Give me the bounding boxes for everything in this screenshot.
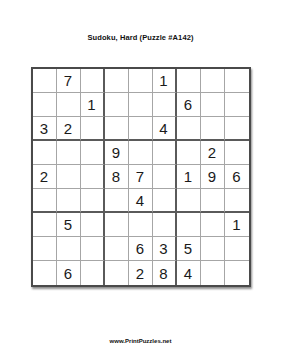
cell-r6c3: [81, 189, 105, 213]
cell-r7c4: [105, 213, 129, 237]
cell-r3c2: 2: [57, 117, 81, 141]
cell-r3c3: [81, 117, 105, 141]
cell-r3c7: [177, 117, 201, 141]
cell-r9c6: 8: [153, 261, 177, 285]
cell-r5c6: [153, 165, 177, 189]
cell-r7c5: [129, 213, 153, 237]
cell-r3c6: 4: [153, 117, 177, 141]
cell-r2c1: [33, 93, 57, 117]
puzzle-title: Sudoku, Hard (Puzzle #A142): [0, 33, 281, 42]
cell-r6c6: [153, 189, 177, 213]
cell-r4c3: [81, 141, 105, 165]
cell-r9c7: 4: [177, 261, 201, 285]
cell-r1c3: [81, 69, 105, 93]
cell-r7c9: 1: [225, 213, 249, 237]
cell-r4c4: 9: [105, 141, 129, 165]
cell-r8c8: [201, 237, 225, 261]
cell-r1c1: [33, 69, 57, 93]
cell-r5c2: [57, 165, 81, 189]
cell-r2c6: [153, 93, 177, 117]
cell-r5c3: [81, 165, 105, 189]
cell-r7c1: [33, 213, 57, 237]
cell-r9c9: [225, 261, 249, 285]
cell-r2c3: 1: [81, 93, 105, 117]
cell-r6c8: [201, 189, 225, 213]
cell-r5c5: 7: [129, 165, 153, 189]
cell-r1c7: [177, 69, 201, 93]
cell-r5c4: 8: [105, 165, 129, 189]
cell-r3c9: [225, 117, 249, 141]
cell-r9c5: 2: [129, 261, 153, 285]
cell-r4c8: 2: [201, 141, 225, 165]
cell-r2c2: [57, 93, 81, 117]
cell-r3c4: [105, 117, 129, 141]
cell-r2c5: [129, 93, 153, 117]
cell-r8c2: [57, 237, 81, 261]
cell-r8c9: [225, 237, 249, 261]
cell-r4c5: [129, 141, 153, 165]
cell-r5c9: 6: [225, 165, 249, 189]
cell-r9c1: [33, 261, 57, 285]
cell-r8c7: 5: [177, 237, 201, 261]
cell-r4c9: [225, 141, 249, 165]
cell-r9c8: [201, 261, 225, 285]
cell-r4c1: [33, 141, 57, 165]
cell-r6c5: 4: [129, 189, 153, 213]
cell-r1c8: [201, 69, 225, 93]
sudoku-board: 7116324922871964516356284: [31, 67, 251, 287]
cell-r8c1: [33, 237, 57, 261]
cell-r6c2: [57, 189, 81, 213]
cell-r8c5: 6: [129, 237, 153, 261]
cell-r2c4: [105, 93, 129, 117]
cell-r2c8: [201, 93, 225, 117]
cell-r1c4: [105, 69, 129, 93]
cell-r5c8: 9: [201, 165, 225, 189]
cell-r3c1: 3: [33, 117, 57, 141]
footer-url: www.PrintPuzzles.net: [0, 338, 281, 344]
cell-r1c5: [129, 69, 153, 93]
cell-r2c9: [225, 93, 249, 117]
cell-r6c1: [33, 189, 57, 213]
cell-r1c6: 1: [153, 69, 177, 93]
cell-r3c8: [201, 117, 225, 141]
cell-r5c7: 1: [177, 165, 201, 189]
cell-r1c2: 7: [57, 69, 81, 93]
cell-r2c7: 6: [177, 93, 201, 117]
cell-r4c7: [177, 141, 201, 165]
cell-r1c9: [225, 69, 249, 93]
cell-r8c3: [81, 237, 105, 261]
cell-r7c2: 5: [57, 213, 81, 237]
cell-r9c3: [81, 261, 105, 285]
cell-r7c3: [81, 213, 105, 237]
cell-r8c4: [105, 237, 129, 261]
cell-r6c9: [225, 189, 249, 213]
cell-r7c7: [177, 213, 201, 237]
cell-r7c8: [201, 213, 225, 237]
cell-r6c7: [177, 189, 201, 213]
cell-r9c2: 6: [57, 261, 81, 285]
puzzle-page: Sudoku, Hard (Puzzle #A142) 711632492287…: [0, 0, 281, 363]
cell-r9c4: [105, 261, 129, 285]
cell-r5c1: 2: [33, 165, 57, 189]
cell-r4c6: [153, 141, 177, 165]
cell-r8c6: 3: [153, 237, 177, 261]
cell-r7c6: [153, 213, 177, 237]
cell-r4c2: [57, 141, 81, 165]
cell-r3c5: [129, 117, 153, 141]
cell-r6c4: [105, 189, 129, 213]
